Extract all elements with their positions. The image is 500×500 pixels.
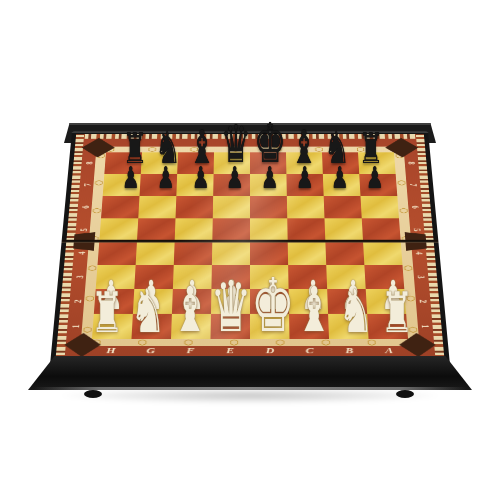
piece-black-pawn-c7[interactable]: ♟ xyxy=(296,163,314,193)
file-label-g: G xyxy=(131,346,171,356)
piece-black-pawn-h7[interactable]: ♟ xyxy=(122,163,140,193)
square-e6[interactable] xyxy=(213,196,250,218)
rank-label-4-right: 4 xyxy=(400,249,439,258)
piece-black-pawn-g7[interactable]: ♟ xyxy=(157,163,175,193)
square-a6[interactable] xyxy=(360,196,399,218)
square-g5[interactable] xyxy=(137,218,176,241)
rank-label-7-left: 7 xyxy=(68,181,105,189)
rank-label-6-left: 6 xyxy=(66,203,104,211)
square-c5[interactable] xyxy=(287,218,325,241)
square-e4[interactable] xyxy=(212,241,250,265)
folding-hinge-seam xyxy=(61,240,438,243)
piece-white-knight-g1[interactable]: ♞ xyxy=(131,281,167,341)
rank-label-8-left: 8 xyxy=(70,159,107,167)
file-label-c: C xyxy=(290,346,330,356)
chess-set-photo: ⬡ ⬡ ⬡ ⬡ ⬡ ⬡ ⬡ ⬡ ⬡ ⬡ ⬡ ⬡ ⬡ ⬡ ⬡ ⬡ ⬡ ⬡ ⬡ ⬡ … xyxy=(0,0,500,500)
piece-black-pawn-e7[interactable]: ♟ xyxy=(226,163,244,193)
piece-black-pawn-b7[interactable]: ♟ xyxy=(331,163,349,193)
square-b6[interactable] xyxy=(324,196,362,218)
rank-label-5-right: 5 xyxy=(398,226,436,235)
case-front-edge xyxy=(28,356,472,390)
piece-white-bishop-c1[interactable]: ♝ xyxy=(296,279,333,341)
piece-white-rook-h1[interactable]: ♜ xyxy=(90,285,123,341)
square-h6[interactable] xyxy=(101,196,140,218)
square-d5[interactable] xyxy=(250,218,288,241)
piece-black-pawn-a7[interactable]: ♟ xyxy=(366,163,384,193)
piece-white-king-d1[interactable]: ♚ xyxy=(251,268,295,342)
piece-black-pawn-f7[interactable]: ♟ xyxy=(192,163,210,193)
square-h5[interactable] xyxy=(99,218,138,241)
square-a5[interactable] xyxy=(362,218,401,241)
square-b4[interactable] xyxy=(325,241,364,265)
case-shadow xyxy=(55,390,445,404)
file-label-b: B xyxy=(329,346,369,356)
case-foot xyxy=(396,390,414,398)
square-e5[interactable] xyxy=(212,218,250,241)
case-foot xyxy=(84,390,102,398)
file-label-f: F xyxy=(170,346,210,356)
square-h4[interactable] xyxy=(98,241,137,265)
rank-label-7-right: 7 xyxy=(395,181,432,189)
piece-black-pawn-d7[interactable]: ♟ xyxy=(261,163,279,193)
square-b5[interactable] xyxy=(324,218,363,241)
file-label-h: H xyxy=(91,346,131,356)
piece-white-bishop-f1[interactable]: ♝ xyxy=(172,279,209,341)
rank-label-1-left: 1 xyxy=(55,322,95,331)
square-c6[interactable] xyxy=(287,196,325,218)
square-g6[interactable] xyxy=(138,196,176,218)
rank-label-5-left: 5 xyxy=(64,226,102,235)
rank-label-6-right: 6 xyxy=(396,203,434,211)
square-f4[interactable] xyxy=(174,241,213,265)
rank-label-8-right: 8 xyxy=(393,159,430,167)
square-f5[interactable] xyxy=(175,218,213,241)
piece-white-queen-e1[interactable]: ♛ xyxy=(211,272,252,342)
square-f6[interactable] xyxy=(176,196,214,218)
file-label-a: A xyxy=(369,346,409,356)
piece-white-rook-a1[interactable]: ♜ xyxy=(381,285,414,341)
square-a4[interactable] xyxy=(363,241,402,265)
square-g4[interactable] xyxy=(136,241,175,265)
rank-label-4-left: 4 xyxy=(62,249,101,258)
square-d6[interactable] xyxy=(250,196,287,218)
piece-white-knight-b1[interactable]: ♞ xyxy=(338,281,374,341)
